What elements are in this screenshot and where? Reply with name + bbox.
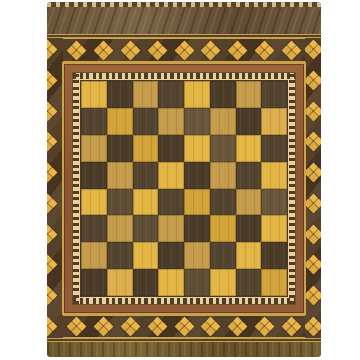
square-g6[interactable] — [236, 135, 262, 162]
square-e1[interactable] — [184, 269, 210, 296]
square-a8[interactable] — [81, 81, 107, 108]
square-a5[interactable] — [81, 162, 107, 189]
marquetry-border-right — [305, 38, 321, 338]
square-a7[interactable] — [81, 108, 107, 135]
square-c2[interactable] — [133, 242, 159, 269]
square-h6[interactable] — [261, 135, 287, 162]
square-a2[interactable] — [81, 242, 107, 269]
square-c8[interactable] — [133, 81, 159, 108]
diamond-cluster — [305, 195, 321, 212]
square-d6[interactable] — [158, 135, 184, 162]
square-d3[interactable] — [158, 215, 184, 242]
square-d4[interactable] — [158, 189, 184, 216]
square-c7[interactable] — [133, 108, 159, 135]
square-b8[interactable] — [107, 81, 133, 108]
square-c5[interactable] — [133, 162, 159, 189]
square-b7[interactable] — [107, 108, 133, 135]
diamond-cluster — [149, 42, 166, 59]
square-b3[interactable] — [107, 215, 133, 242]
diamond-cluster — [229, 42, 246, 59]
square-e5[interactable] — [184, 162, 210, 189]
diamond-cluster — [305, 164, 321, 181]
square-d1[interactable] — [158, 269, 184, 296]
dentil-strip-bottom — [73, 298, 295, 304]
diamond-cluster — [122, 42, 139, 59]
square-c3[interactable] — [133, 215, 159, 242]
marquetry-border-top — [63, 38, 305, 62]
square-g5[interactable] — [236, 162, 262, 189]
square-g1[interactable] — [236, 269, 262, 296]
diamond-cluster — [305, 103, 321, 120]
diamond-cluster — [202, 318, 219, 335]
diamond-cluster — [305, 318, 321, 335]
square-g2[interactable] — [236, 242, 262, 269]
square-e7[interactable] — [184, 108, 210, 135]
diamond-cluster — [95, 318, 112, 335]
diamond-cluster — [202, 42, 219, 59]
dentil-strip-right — [289, 73, 295, 304]
outer-wood-top — [47, 7, 321, 36]
dentil-strip-top — [73, 73, 295, 79]
chessboard-photo — [47, 2, 321, 357]
square-a6[interactable] — [81, 135, 107, 162]
diamond-cluster — [176, 318, 193, 335]
square-b5[interactable] — [107, 162, 133, 189]
square-f5[interactable] — [210, 162, 236, 189]
diamond-cluster — [47, 164, 56, 181]
square-h2[interactable] — [261, 242, 287, 269]
square-g8[interactable] — [236, 81, 262, 108]
square-h8[interactable] — [261, 81, 287, 108]
board-holder — [80, 80, 288, 297]
diamond-cluster — [68, 42, 85, 59]
chess-board — [81, 81, 287, 296]
diamond-cluster — [47, 195, 56, 212]
square-a3[interactable] — [81, 215, 107, 242]
diamond-cluster — [305, 72, 321, 89]
diamond-cluster — [229, 318, 246, 335]
square-g4[interactable] — [236, 189, 262, 216]
square-d7[interactable] — [158, 108, 184, 135]
square-b4[interactable] — [107, 189, 133, 216]
square-a1[interactable] — [81, 269, 107, 296]
diamond-cluster — [305, 133, 321, 150]
square-a4[interactable] — [81, 189, 107, 216]
square-h7[interactable] — [261, 108, 287, 135]
diamond-cluster — [47, 41, 56, 58]
square-h5[interactable] — [261, 162, 287, 189]
square-f4[interactable] — [210, 189, 236, 216]
square-e8[interactable] — [184, 81, 210, 108]
square-f7[interactable] — [210, 108, 236, 135]
square-d2[interactable] — [158, 242, 184, 269]
square-e4[interactable] — [184, 189, 210, 216]
square-f1[interactable] — [210, 269, 236, 296]
diamond-cluster — [47, 318, 56, 335]
square-f2[interactable] — [210, 242, 236, 269]
board-frame — [62, 62, 306, 315]
diamond-cluster — [47, 103, 56, 120]
square-d5[interactable] — [158, 162, 184, 189]
diamond-cluster — [122, 318, 139, 335]
dentil-border — [72, 72, 296, 305]
diamond-cluster — [283, 42, 300, 59]
square-h3[interactable] — [261, 215, 287, 242]
diamond-cluster — [47, 72, 56, 89]
square-d8[interactable] — [158, 81, 184, 108]
dentil-strip-left — [73, 73, 79, 304]
diamond-cluster — [47, 256, 56, 273]
square-h1[interactable] — [261, 269, 287, 296]
square-f3[interactable] — [210, 215, 236, 242]
marquetry-border-bottom — [63, 315, 305, 338]
diamond-cluster — [149, 318, 166, 335]
square-e3[interactable] — [184, 215, 210, 242]
diamond-cluster — [47, 133, 56, 150]
diamond-cluster — [305, 41, 321, 58]
page — [0, 0, 360, 360]
square-h4[interactable] — [261, 189, 287, 216]
marquetry-border-left — [47, 38, 63, 338]
square-g7[interactable] — [236, 108, 262, 135]
diamond-cluster — [305, 226, 321, 243]
outer-wood-bottom — [47, 342, 321, 357]
diamond-cluster — [305, 287, 321, 304]
diamond-cluster — [68, 318, 85, 335]
square-b6[interactable] — [107, 135, 133, 162]
square-b2[interactable] — [107, 242, 133, 269]
square-c4[interactable] — [133, 189, 159, 216]
square-e6[interactable] — [184, 135, 210, 162]
diamond-cluster — [283, 318, 300, 335]
square-c6[interactable] — [133, 135, 159, 162]
square-c1[interactable] — [133, 269, 159, 296]
diamond-cluster — [95, 42, 112, 59]
diamond-cluster — [47, 287, 56, 304]
square-f8[interactable] — [210, 81, 236, 108]
diamond-cluster — [256, 42, 273, 59]
square-e2[interactable] — [184, 242, 210, 269]
diamond-cluster — [256, 318, 273, 335]
diamond-cluster — [305, 256, 321, 273]
square-b1[interactable] — [107, 269, 133, 296]
diamond-cluster — [176, 42, 193, 59]
diamond-cluster — [47, 226, 56, 243]
square-g3[interactable] — [236, 215, 262, 242]
square-f6[interactable] — [210, 135, 236, 162]
